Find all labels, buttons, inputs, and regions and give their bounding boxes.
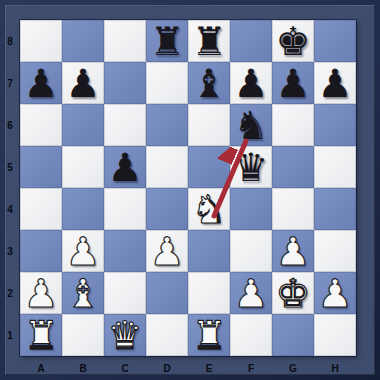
piece-white-pawn: ♟	[230, 272, 272, 314]
square-c6[interactable]	[104, 104, 146, 146]
square-d1[interactable]	[146, 314, 188, 356]
piece-black-king: ♚	[272, 20, 314, 62]
square-d2[interactable]	[146, 272, 188, 314]
chess-board: ♜♜♚♟♟♝♟♟♟♞♟♛♞♟♟♟♟♝♟♚♟♜♛♜	[20, 20, 356, 356]
square-g2[interactable]: ♚	[272, 272, 314, 314]
file-label-e: E	[188, 356, 230, 380]
square-e5[interactable]	[188, 146, 230, 188]
square-e6[interactable]	[188, 104, 230, 146]
square-h4[interactable]	[314, 188, 356, 230]
square-h8[interactable]	[314, 20, 356, 62]
file-label-f: F	[230, 356, 272, 380]
rank-label-6: 6	[0, 104, 20, 146]
piece-white-knight: ♞	[188, 188, 230, 230]
piece-black-queen: ♛	[230, 146, 272, 188]
piece-white-pawn: ♟	[20, 272, 62, 314]
piece-white-queen: ♛	[104, 314, 146, 356]
square-c8[interactable]	[104, 20, 146, 62]
square-h7[interactable]: ♟	[314, 62, 356, 104]
square-a3[interactable]	[20, 230, 62, 272]
square-c4[interactable]	[104, 188, 146, 230]
file-labels: ABCDEFGH	[20, 356, 356, 380]
rank-label-1: 1	[0, 314, 20, 356]
piece-black-rook: ♜	[188, 20, 230, 62]
square-e8[interactable]: ♜	[188, 20, 230, 62]
square-g6[interactable]	[272, 104, 314, 146]
rank-label-3: 3	[0, 230, 20, 272]
square-h3[interactable]	[314, 230, 356, 272]
square-e2[interactable]	[188, 272, 230, 314]
piece-white-pawn: ♟	[146, 230, 188, 272]
file-label-h: H	[314, 356, 356, 380]
piece-white-pawn: ♟	[62, 230, 104, 272]
square-f4[interactable]	[230, 188, 272, 230]
square-b7[interactable]: ♟	[62, 62, 104, 104]
square-d5[interactable]	[146, 146, 188, 188]
piece-white-pawn: ♟	[314, 272, 356, 314]
rank-labels: 87654321	[0, 20, 20, 356]
square-b6[interactable]	[62, 104, 104, 146]
square-d4[interactable]	[146, 188, 188, 230]
rank-label-8: 8	[0, 20, 20, 62]
square-f5[interactable]: ♛	[230, 146, 272, 188]
piece-black-pawn: ♟	[272, 62, 314, 104]
square-b3[interactable]: ♟	[62, 230, 104, 272]
square-h5[interactable]	[314, 146, 356, 188]
piece-black-knight: ♞	[230, 104, 272, 146]
square-f6[interactable]: ♞	[230, 104, 272, 146]
square-g3[interactable]: ♟	[272, 230, 314, 272]
piece-black-bishop: ♝	[188, 62, 230, 104]
square-c3[interactable]	[104, 230, 146, 272]
file-label-b: B	[62, 356, 104, 380]
square-b1[interactable]	[62, 314, 104, 356]
piece-black-pawn: ♟	[62, 62, 104, 104]
square-d8[interactable]: ♜	[146, 20, 188, 62]
square-b5[interactable]	[62, 146, 104, 188]
square-b8[interactable]	[62, 20, 104, 62]
piece-black-rook: ♜	[146, 20, 188, 62]
square-d3[interactable]: ♟	[146, 230, 188, 272]
square-c2[interactable]	[104, 272, 146, 314]
piece-black-pawn: ♟	[104, 146, 146, 188]
chess-diagram: 87654321 ABCDEFGH ♜♜♚♟♟♝♟♟♟♞♟♛♞♟♟♟♟♝♟♚♟♜…	[0, 0, 380, 380]
square-g4[interactable]	[272, 188, 314, 230]
square-e4[interactable]: ♞	[188, 188, 230, 230]
square-f8[interactable]	[230, 20, 272, 62]
square-d7[interactable]	[146, 62, 188, 104]
rank-label-2: 2	[0, 272, 20, 314]
piece-white-rook: ♜	[188, 314, 230, 356]
rank-label-5: 5	[0, 146, 20, 188]
square-g8[interactable]: ♚	[272, 20, 314, 62]
square-g5[interactable]	[272, 146, 314, 188]
piece-black-pawn: ♟	[230, 62, 272, 104]
square-h2[interactable]: ♟	[314, 272, 356, 314]
square-a5[interactable]	[20, 146, 62, 188]
square-d6[interactable]	[146, 104, 188, 146]
square-e7[interactable]: ♝	[188, 62, 230, 104]
piece-white-pawn: ♟	[272, 230, 314, 272]
piece-white-rook: ♜	[20, 314, 62, 356]
piece-white-bishop: ♝	[62, 272, 104, 314]
square-h6[interactable]	[314, 104, 356, 146]
rank-label-4: 4	[0, 188, 20, 230]
file-label-d: D	[146, 356, 188, 380]
square-c1[interactable]: ♛	[104, 314, 146, 356]
file-label-a: A	[20, 356, 62, 380]
square-c5[interactable]: ♟	[104, 146, 146, 188]
square-h1[interactable]	[314, 314, 356, 356]
piece-black-pawn: ♟	[20, 62, 62, 104]
piece-black-pawn: ♟	[314, 62, 356, 104]
square-a1[interactable]: ♜	[20, 314, 62, 356]
square-a7[interactable]: ♟	[20, 62, 62, 104]
square-a2[interactable]: ♟	[20, 272, 62, 314]
square-f7[interactable]: ♟	[230, 62, 272, 104]
square-e3[interactable]	[188, 230, 230, 272]
square-a6[interactable]	[20, 104, 62, 146]
square-b2[interactable]: ♝	[62, 272, 104, 314]
square-f1[interactable]	[230, 314, 272, 356]
rank-label-7: 7	[0, 62, 20, 104]
square-g7[interactable]: ♟	[272, 62, 314, 104]
square-f2[interactable]: ♟	[230, 272, 272, 314]
piece-white-king: ♚	[272, 272, 314, 314]
file-label-c: C	[104, 356, 146, 380]
square-b4[interactable]	[62, 188, 104, 230]
square-g1[interactable]	[272, 314, 314, 356]
file-label-g: G	[272, 356, 314, 380]
square-f3[interactable]	[230, 230, 272, 272]
square-c7[interactable]	[104, 62, 146, 104]
square-a4[interactable]	[20, 188, 62, 230]
square-e1[interactable]: ♜	[188, 314, 230, 356]
square-a8[interactable]	[20, 20, 62, 62]
